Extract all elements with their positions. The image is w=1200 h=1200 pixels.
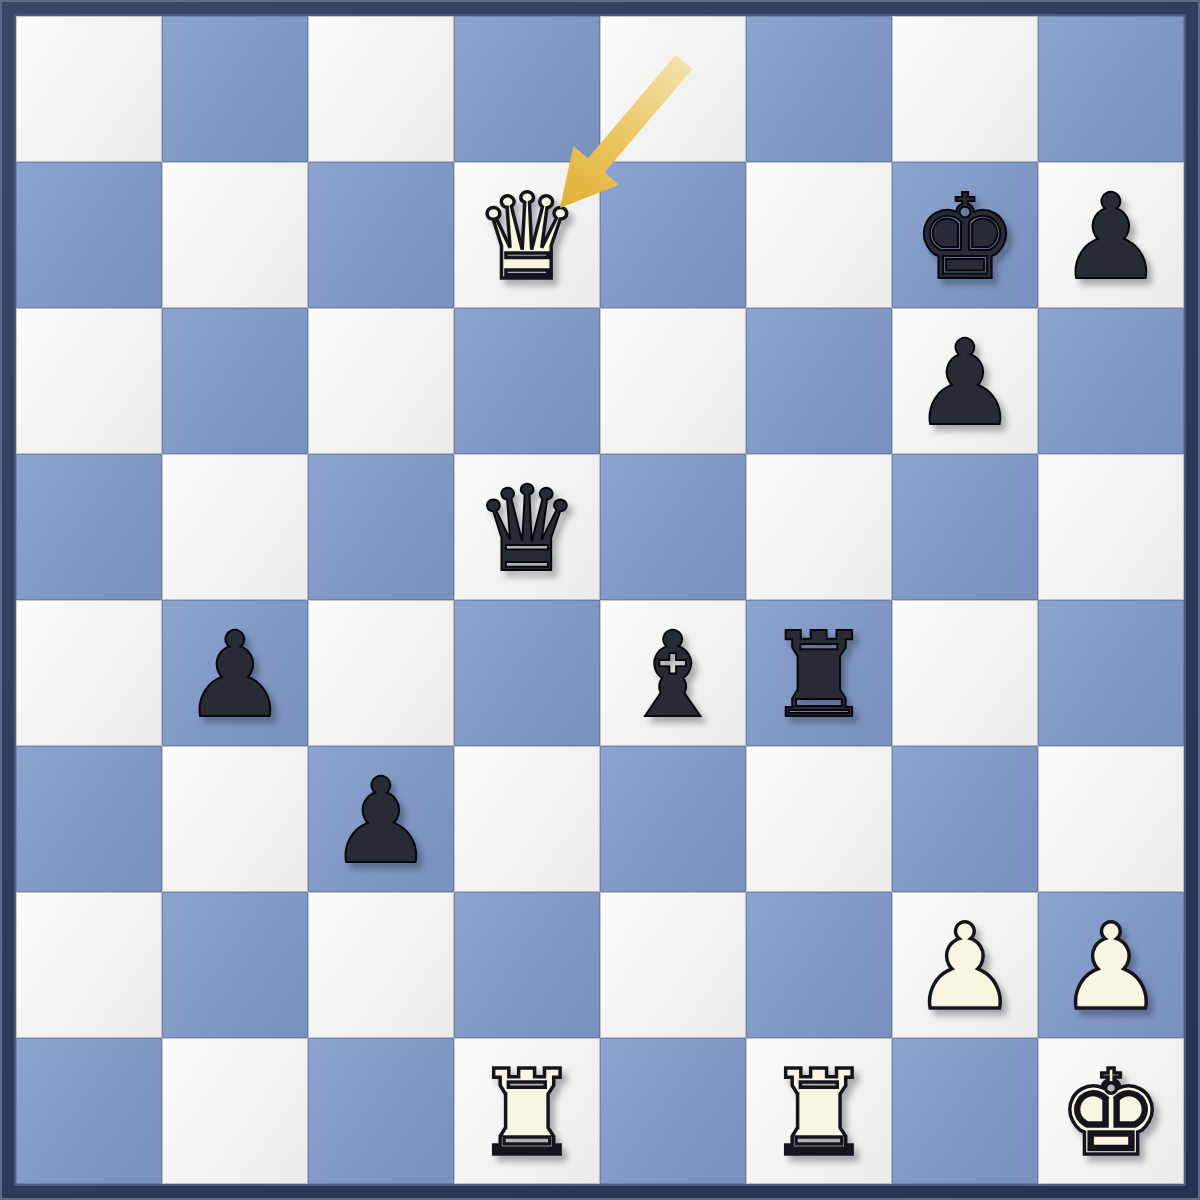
piece-white-pawn-h2[interactable]: ♟: [1038, 894, 1184, 1040]
square-f1[interactable]: ♜: [746, 1038, 892, 1184]
square-h7[interactable]: ♟: [1038, 162, 1184, 308]
square-d1[interactable]: ♜: [454, 1038, 600, 1184]
piece-black-pawn-b4[interactable]: ♟: [162, 602, 308, 748]
square-c3[interactable]: ♟: [308, 746, 454, 892]
square-b6[interactable]: [162, 308, 308, 454]
square-h4[interactable]: [1038, 600, 1184, 746]
square-g7[interactable]: ♚: [892, 162, 1038, 308]
square-e2[interactable]: [600, 892, 746, 1038]
square-h6[interactable]: [1038, 308, 1184, 454]
piece-white-queen-d7[interactable]: ♛: [454, 164, 600, 310]
square-d8[interactable]: [454, 16, 600, 162]
piece-black-queen-d5[interactable]: ♛: [454, 456, 600, 602]
square-a4[interactable]: [16, 600, 162, 746]
square-f7[interactable]: [746, 162, 892, 308]
square-g5[interactable]: [892, 454, 1038, 600]
square-e3[interactable]: [600, 746, 746, 892]
piece-white-rook-f1[interactable]: ♜: [746, 1040, 892, 1186]
square-a8[interactable]: [16, 16, 162, 162]
square-a3[interactable]: [16, 746, 162, 892]
piece-white-rook-d1[interactable]: ♜: [454, 1040, 600, 1186]
square-b1[interactable]: [162, 1038, 308, 1184]
square-g2[interactable]: ♟: [892, 892, 1038, 1038]
chess-board-frame: ♛♚♟♟♛♟♝♜♟♟♟♜♜♚: [0, 0, 1200, 1200]
square-f4[interactable]: ♜: [746, 600, 892, 746]
square-d5[interactable]: ♛: [454, 454, 600, 600]
square-a2[interactable]: [16, 892, 162, 1038]
square-g4[interactable]: [892, 600, 1038, 746]
piece-black-pawn-c3[interactable]: ♟: [308, 748, 454, 894]
square-g8[interactable]: [892, 16, 1038, 162]
piece-white-pawn-g2[interactable]: ♟: [892, 894, 1038, 1040]
square-h2[interactable]: ♟: [1038, 892, 1184, 1038]
square-c6[interactable]: [308, 308, 454, 454]
square-c5[interactable]: [308, 454, 454, 600]
square-f5[interactable]: [746, 454, 892, 600]
square-h5[interactable]: [1038, 454, 1184, 600]
square-c4[interactable]: [308, 600, 454, 746]
square-e5[interactable]: [600, 454, 746, 600]
square-b5[interactable]: [162, 454, 308, 600]
square-a6[interactable]: [16, 308, 162, 454]
square-e1[interactable]: [600, 1038, 746, 1184]
square-f6[interactable]: [746, 308, 892, 454]
square-c1[interactable]: [308, 1038, 454, 1184]
square-a7[interactable]: [16, 162, 162, 308]
square-g1[interactable]: [892, 1038, 1038, 1184]
square-f3[interactable]: [746, 746, 892, 892]
square-f2[interactable]: [746, 892, 892, 1038]
square-b8[interactable]: [162, 16, 308, 162]
square-b7[interactable]: [162, 162, 308, 308]
square-e6[interactable]: [600, 308, 746, 454]
piece-black-bishop-e4[interactable]: ♝: [600, 602, 746, 748]
square-b3[interactable]: [162, 746, 308, 892]
square-d7[interactable]: ♛: [454, 162, 600, 308]
square-g6[interactable]: ♟: [892, 308, 1038, 454]
square-g3[interactable]: [892, 746, 1038, 892]
square-c8[interactable]: [308, 16, 454, 162]
piece-white-king-h1[interactable]: ♚: [1038, 1040, 1184, 1186]
square-h8[interactable]: [1038, 16, 1184, 162]
piece-black-pawn-h7[interactable]: ♟: [1038, 164, 1184, 310]
square-d2[interactable]: [454, 892, 600, 1038]
square-h3[interactable]: [1038, 746, 1184, 892]
square-b2[interactable]: [162, 892, 308, 1038]
piece-black-king-g7[interactable]: ♚: [892, 164, 1038, 310]
square-d4[interactable]: [454, 600, 600, 746]
square-h1[interactable]: ♚: [1038, 1038, 1184, 1184]
square-a1[interactable]: [16, 1038, 162, 1184]
square-b4[interactable]: ♟: [162, 600, 308, 746]
piece-black-rook-f4[interactable]: ♜: [746, 602, 892, 748]
square-a5[interactable]: [16, 454, 162, 600]
square-c7[interactable]: [308, 162, 454, 308]
square-e8[interactable]: [600, 16, 746, 162]
square-d6[interactable]: [454, 308, 600, 454]
square-c2[interactable]: [308, 892, 454, 1038]
chess-board: ♛♚♟♟♛♟♝♜♟♟♟♜♜♚: [16, 16, 1184, 1184]
square-f8[interactable]: [746, 16, 892, 162]
square-d3[interactable]: [454, 746, 600, 892]
square-e7[interactable]: [600, 162, 746, 308]
square-e4[interactable]: ♝: [600, 600, 746, 746]
piece-black-pawn-g6[interactable]: ♟: [892, 310, 1038, 456]
